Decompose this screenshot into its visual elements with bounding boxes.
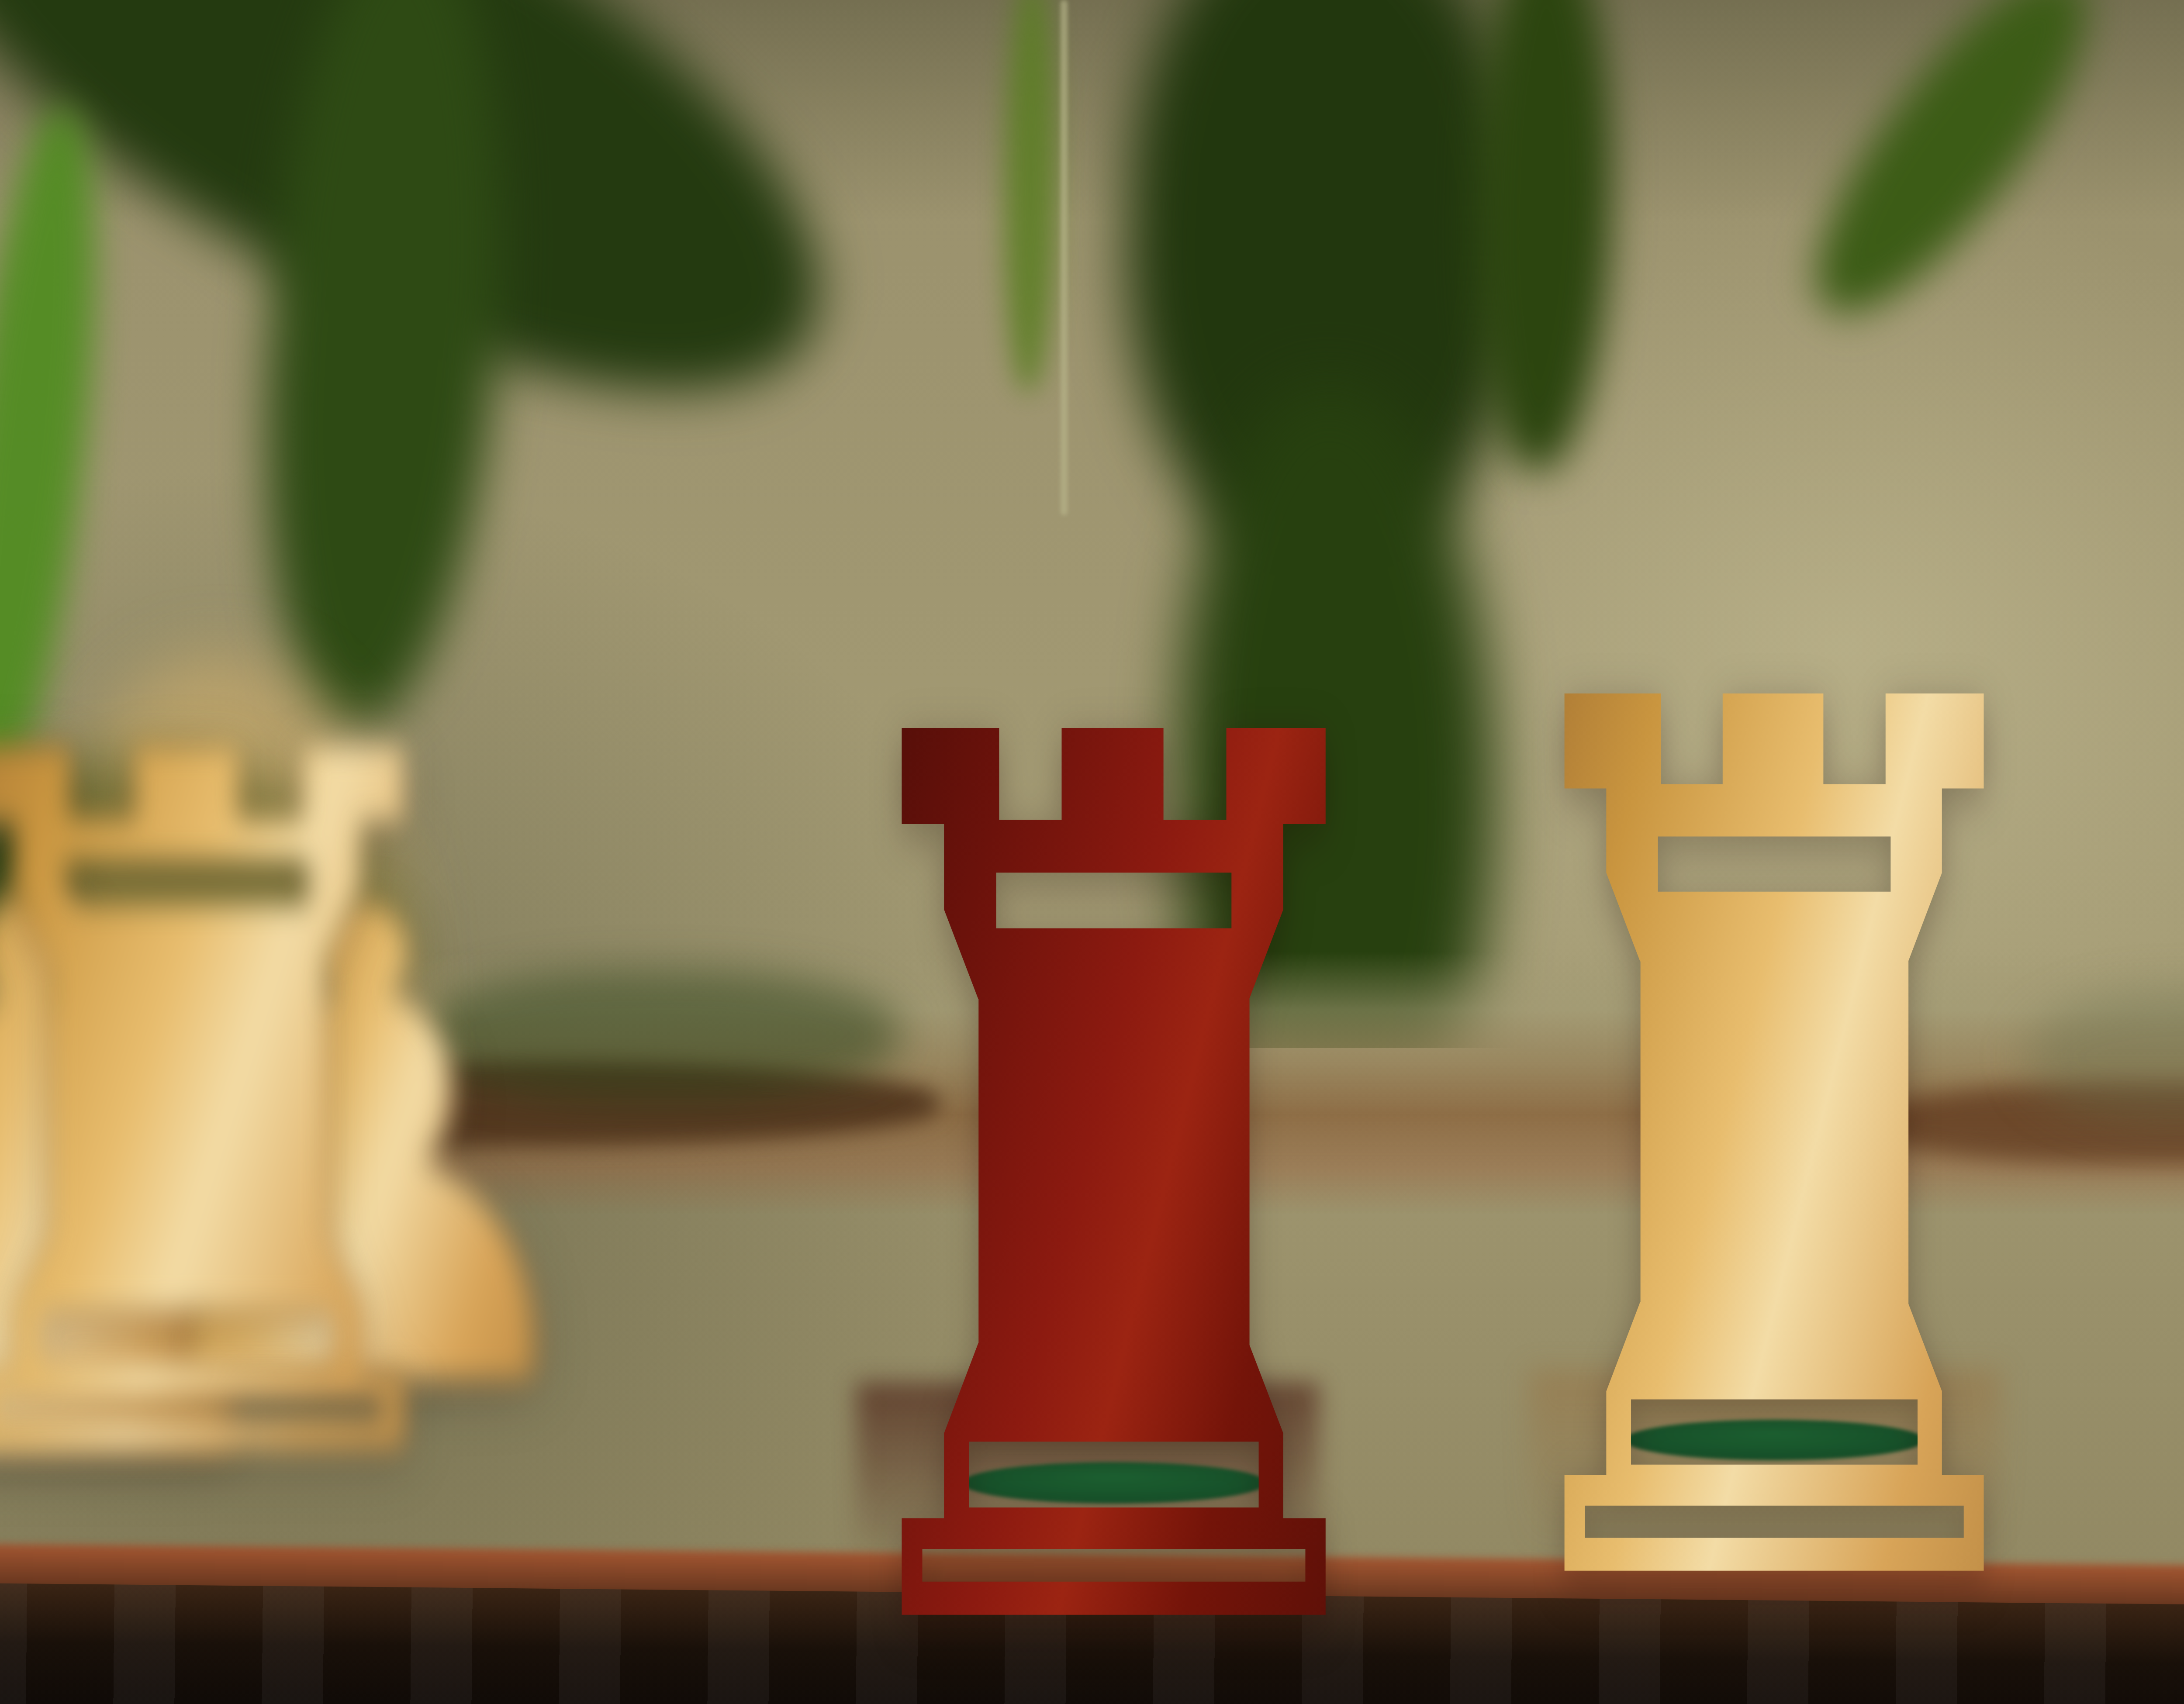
plant-stick-icon [1061, 0, 1068, 515]
boxwood-rook: ♜ [1441, 553, 2108, 1704]
chess-photo-scene: ♜♜♜♟♟♟♟ [0, 0, 2184, 1704]
offboard-red-pawn-1: ♟ [2156, 687, 2184, 1517]
offboard-boxwood-rook: ♜ [0, 634, 532, 1595]
red-rook: ♜ [776, 586, 1451, 1704]
bamboo-leaf-icon [1774, 0, 2130, 346]
bamboo-stem-icon [1001, 0, 1061, 393]
